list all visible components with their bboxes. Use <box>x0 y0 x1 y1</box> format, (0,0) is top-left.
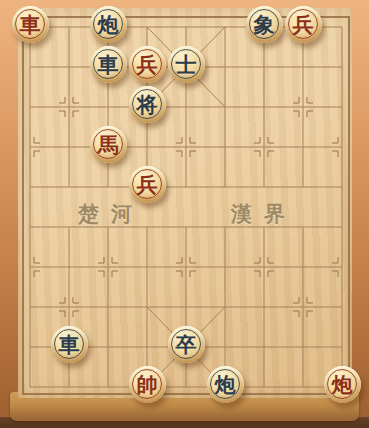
piece-black-advisor[interactable]: 士 <box>168 46 205 83</box>
piece-glyph: 帥 <box>137 374 158 395</box>
piece-black-elephant[interactable]: 象 <box>246 6 283 43</box>
piece-red-cannon[interactable]: 炮 <box>324 366 361 403</box>
piece-glyph: 将 <box>137 94 158 115</box>
piece-red-soldier[interactable]: 兵 <box>129 46 166 83</box>
piece-glyph: 炮 <box>332 374 353 395</box>
piece-glyph: 兵 <box>137 174 158 195</box>
piece-red-soldier[interactable]: 兵 <box>129 166 166 203</box>
piece-glyph: 兵 <box>137 54 158 75</box>
pieces-layer: 車炮象兵車兵士将馬兵車卒帥炮炮 <box>11 7 362 407</box>
piece-red-horse[interactable]: 馬 <box>90 126 127 163</box>
piece-black-soldier[interactable]: 卒 <box>168 326 205 363</box>
piece-glyph: 卒 <box>176 334 197 355</box>
piece-glyph: 士 <box>176 54 197 75</box>
piece-glyph: 炮 <box>215 374 236 395</box>
piece-red-soldier[interactable]: 兵 <box>285 6 322 43</box>
piece-black-general[interactable]: 将 <box>129 86 166 123</box>
piece-glyph: 炮 <box>98 14 119 35</box>
piece-red-chariot[interactable]: 車 <box>12 6 49 43</box>
xiangqi-board: 楚河 漢界 車炮象兵車兵士将馬兵車卒帥炮炮 <box>18 8 352 398</box>
piece-red-general[interactable]: 帥 <box>129 366 166 403</box>
piece-glyph: 兵 <box>293 14 314 35</box>
piece-black-chariot[interactable]: 車 <box>90 46 127 83</box>
piece-black-cannon[interactable]: 炮 <box>207 366 244 403</box>
piece-glyph: 車 <box>98 54 119 75</box>
piece-glyph: 馬 <box>98 134 119 155</box>
piece-glyph: 象 <box>254 14 275 35</box>
piece-glyph: 車 <box>20 14 41 35</box>
piece-black-chariot[interactable]: 車 <box>51 326 88 363</box>
piece-black-cannon[interactable]: 炮 <box>90 6 127 43</box>
piece-glyph: 車 <box>59 334 80 355</box>
